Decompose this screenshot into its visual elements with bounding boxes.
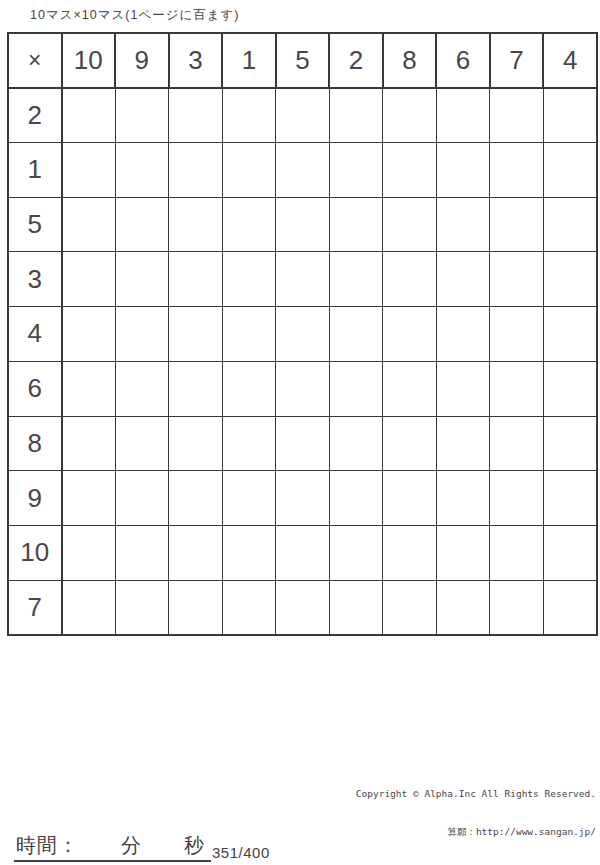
answer-cell-r6-c6[interactable] (329, 361, 383, 416)
answer-cell-r1-c2[interactable] (115, 88, 169, 143)
col-header-6: 6 (436, 33, 490, 88)
answer-cell-r6-c8[interactable] (436, 361, 490, 416)
grid-row-7: 7 (8, 580, 597, 635)
header-row: ×10931528674 (8, 33, 597, 88)
row-header-7: 7 (8, 580, 62, 635)
answer-cell-r4-c4[interactable] (222, 252, 276, 307)
answer-cell-r4-c8[interactable] (436, 252, 490, 307)
answer-cell-r8-c5[interactable] (276, 471, 330, 526)
answer-cell-r9-c5[interactable] (276, 526, 330, 581)
grid-row-2: 2 (8, 88, 597, 143)
answer-cell-r1-c8[interactable] (436, 88, 490, 143)
answer-cell-r8-c2[interactable] (115, 471, 169, 526)
answer-cell-r9-c3[interactable] (169, 526, 223, 581)
answer-cell-r2-c5[interactable] (276, 142, 330, 197)
answer-cell-r5-c3[interactable] (169, 307, 223, 362)
answer-cell-r10-c7[interactable] (383, 580, 437, 635)
answer-cell-r4-c1[interactable] (62, 252, 116, 307)
site-link: 算願：http://www.sangan.jp/ (356, 826, 596, 839)
answer-cell-r2-c2[interactable] (115, 142, 169, 197)
row-header-10: 10 (8, 526, 62, 581)
page-title: 10マス×10マス(1ページに百ます) (30, 7, 240, 24)
answer-cell-r5-c7[interactable] (383, 307, 437, 362)
answer-cell-r2-c7[interactable] (383, 142, 437, 197)
row-header-4: 4 (8, 307, 62, 362)
answer-cell-r9-c7[interactable] (383, 526, 437, 581)
footer: 時間： 分 秒 351/400 Copyright © Alpha.Inc Al… (0, 829, 600, 865)
answer-cell-r6-c1[interactable] (62, 361, 116, 416)
col-header-4: 4 (543, 33, 597, 88)
grid-row-8: 8 (8, 416, 597, 471)
answer-cell-r6-c10[interactable] (543, 361, 597, 416)
answer-cell-r8-c3[interactable] (169, 471, 223, 526)
grid-row-3: 3 (8, 252, 597, 307)
answer-cell-r6-c2[interactable] (115, 361, 169, 416)
answer-cell-r6-c3[interactable] (169, 361, 223, 416)
answer-cell-r8-c9[interactable] (490, 471, 544, 526)
answer-cell-r5-c1[interactable] (62, 307, 116, 362)
multiplication-grid: ×10931528674 21534689107 (7, 32, 598, 636)
col-header-7: 7 (490, 33, 544, 88)
answer-cell-r10-c6[interactable] (329, 580, 383, 635)
answer-cell-r9-c10[interactable] (543, 526, 597, 581)
answer-cell-r9-c8[interactable] (436, 526, 490, 581)
answer-cell-r7-c1[interactable] (62, 416, 116, 471)
answer-cell-r3-c9[interactable] (490, 197, 544, 252)
answer-cell-r1-c1[interactable] (62, 88, 116, 143)
answer-cell-r2-c4[interactable] (222, 142, 276, 197)
answer-cell-r4-c10[interactable] (543, 252, 597, 307)
answer-cell-r10-c10[interactable] (543, 580, 597, 635)
answer-cell-r5-c5[interactable] (276, 307, 330, 362)
answer-cell-r4-c9[interactable] (490, 252, 544, 307)
grid-header-row: ×10931528674 (8, 33, 597, 88)
answer-cell-r9-c1[interactable] (62, 526, 116, 581)
grid-row-4: 4 (8, 307, 597, 362)
answer-cell-r3-c1[interactable] (62, 197, 116, 252)
answer-cell-r1-c6[interactable] (329, 88, 383, 143)
answer-cell-r2-c1[interactable] (62, 142, 116, 197)
answer-cell-r6-c5[interactable] (276, 361, 330, 416)
answer-cell-r4-c7[interactable] (383, 252, 437, 307)
answer-cell-r10-c4[interactable] (222, 580, 276, 635)
answer-cell-r10-c2[interactable] (115, 580, 169, 635)
col-header-1: 1 (222, 33, 276, 88)
answer-cell-r7-c6[interactable] (329, 416, 383, 471)
page-indicator: 351/400 (212, 844, 270, 861)
answer-cell-r7-c2[interactable] (115, 416, 169, 471)
row-header-9: 9 (8, 471, 62, 526)
col-header-3: 3 (169, 33, 223, 88)
answer-cell-r9-c4[interactable] (222, 526, 276, 581)
answer-cell-r2-c6[interactable] (329, 142, 383, 197)
answer-cell-r3-c7[interactable] (383, 197, 437, 252)
answer-cell-r8-c1[interactable] (62, 471, 116, 526)
row-header-2: 2 (8, 88, 62, 143)
answer-cell-r9-c2[interactable] (115, 526, 169, 581)
grid-row-1: 1 (8, 142, 597, 197)
operator-cell: × (8, 33, 62, 88)
answer-cell-r8-c6[interactable] (329, 471, 383, 526)
answer-cell-r10-c1[interactable] (62, 580, 116, 635)
row-header-8: 8 (8, 416, 62, 471)
grid-row-6: 6 (8, 361, 597, 416)
answer-cell-r6-c4[interactable] (222, 361, 276, 416)
answer-cell-r7-c3[interactable] (169, 416, 223, 471)
answer-cell-r5-c9[interactable] (490, 307, 544, 362)
answer-cell-r10-c9[interactable] (490, 580, 544, 635)
row-header-5: 5 (8, 197, 62, 252)
answer-cell-r10-c8[interactable] (436, 580, 490, 635)
answer-cell-r4-c6[interactable] (329, 252, 383, 307)
row-header-3: 3 (8, 252, 62, 307)
row-header-6: 6 (8, 361, 62, 416)
answer-cell-r2-c3[interactable] (169, 142, 223, 197)
answer-cell-r3-c6[interactable] (329, 197, 383, 252)
answer-cell-r5-c6[interactable] (329, 307, 383, 362)
answer-cell-r10-c5[interactable] (276, 580, 330, 635)
grid-row-9: 9 (8, 471, 597, 526)
col-header-9: 9 (115, 33, 169, 88)
col-header-2: 2 (329, 33, 383, 88)
answer-cell-r7-c7[interactable] (383, 416, 437, 471)
answer-cell-r9-c6[interactable] (329, 526, 383, 581)
answer-cell-r4-c2[interactable] (115, 252, 169, 307)
grid-row-5: 5 (8, 197, 597, 252)
answer-cell-r8-c7[interactable] (383, 471, 437, 526)
answer-cell-r8-c10[interactable] (543, 471, 597, 526)
answer-cell-r10-c3[interactable] (169, 580, 223, 635)
answer-cell-r6-c7[interactable] (383, 361, 437, 416)
answer-cell-r3-c2[interactable] (115, 197, 169, 252)
answer-cell-r6-c9[interactable] (490, 361, 544, 416)
answer-cell-r3-c10[interactable] (543, 197, 597, 252)
copyright-block: Copyright © Alpha.Inc All Rights Reserve… (356, 763, 596, 863)
answer-cell-r2-c8[interactable] (436, 142, 490, 197)
col-header-5: 5 (276, 33, 330, 88)
answer-cell-r1-c10[interactable] (543, 88, 597, 143)
worksheet-page: 10マス×10マス(1ページに百ます) ×10931528674 2153468… (0, 0, 600, 865)
answer-cell-r1-c5[interactable] (276, 88, 330, 143)
copyright-line: Copyright © Alpha.Inc All Rights Reserve… (356, 788, 596, 801)
answer-cell-r7-c10[interactable] (543, 416, 597, 471)
answer-cell-r2-c10[interactable] (543, 142, 597, 197)
answer-cell-r9-c9[interactable] (490, 526, 544, 581)
answer-cell-r3-c4[interactable] (222, 197, 276, 252)
answer-cell-r1-c7[interactable] (383, 88, 437, 143)
col-header-8: 8 (383, 33, 437, 88)
answer-cell-r2-c9[interactable] (490, 142, 544, 197)
answer-cell-r7-c4[interactable] (222, 416, 276, 471)
answer-cell-r5-c10[interactable] (543, 307, 597, 362)
answer-cell-r3-c3[interactable] (169, 197, 223, 252)
answer-cell-r5-c4[interactable] (222, 307, 276, 362)
row-header-1: 1 (8, 142, 62, 197)
answer-cell-r7-c9[interactable] (490, 416, 544, 471)
answer-cell-r1-c3[interactable] (169, 88, 223, 143)
answer-cell-r1-c9[interactable] (490, 88, 544, 143)
answer-cell-r5-c2[interactable] (115, 307, 169, 362)
answer-cell-r8-c4[interactable] (222, 471, 276, 526)
answer-cell-r1-c4[interactable] (222, 88, 276, 143)
answer-cell-r3-c8[interactable] (436, 197, 490, 252)
answer-cell-r7-c5[interactable] (276, 416, 330, 471)
answer-cell-r7-c8[interactable] (436, 416, 490, 471)
answer-cell-r5-c8[interactable] (436, 307, 490, 362)
grid-row-10: 10 (8, 526, 597, 581)
col-header-10: 10 (62, 33, 116, 88)
time-label: 時間： 分 秒 (14, 832, 211, 862)
answer-cell-r8-c8[interactable] (436, 471, 490, 526)
answer-cell-r3-c5[interactable] (276, 197, 330, 252)
answer-cell-r4-c5[interactable] (276, 252, 330, 307)
answer-cell-r4-c3[interactable] (169, 252, 223, 307)
grid-body: 21534689107 (8, 88, 597, 636)
